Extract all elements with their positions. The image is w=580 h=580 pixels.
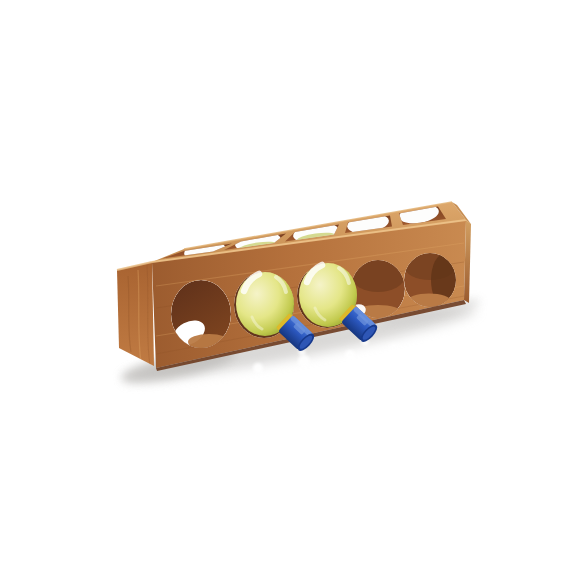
glare-dot <box>345 350 355 360</box>
glare-dot <box>390 344 399 353</box>
glare-dot <box>253 363 263 373</box>
wine-rack-product-photo <box>0 0 580 580</box>
glare-dot <box>298 355 310 367</box>
product-photo-stage <box>0 0 580 580</box>
